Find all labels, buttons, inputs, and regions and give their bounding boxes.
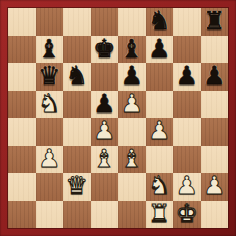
piece-white-pawn[interactable]: ♟ bbox=[148, 118, 170, 145]
square-b3[interactable]: ♟ bbox=[36, 146, 64, 174]
piece-black-king[interactable]: ♚ bbox=[93, 36, 115, 63]
square-e1[interactable] bbox=[118, 201, 146, 229]
square-h4[interactable] bbox=[201, 118, 229, 146]
square-h7[interactable] bbox=[201, 36, 229, 64]
square-c2[interactable]: ♛ bbox=[63, 173, 91, 201]
square-g6[interactable]: ♟ bbox=[173, 63, 201, 91]
square-e6[interactable]: ♟ bbox=[118, 63, 146, 91]
square-d5[interactable]: ♟ bbox=[91, 91, 119, 119]
square-a2[interactable] bbox=[8, 173, 36, 201]
chess-diagram: ♞♜♝♚♝♟♛♞♟♟♟♞♟♟♟♟♟♝♝♛♞♟♟♜♚ bbox=[0, 0, 236, 236]
square-h6[interactable]: ♟ bbox=[201, 63, 229, 91]
square-d1[interactable] bbox=[91, 201, 119, 229]
square-b5[interactable]: ♞ bbox=[36, 91, 64, 119]
square-b6[interactable]: ♛ bbox=[36, 63, 64, 91]
piece-black-pawn[interactable]: ♟ bbox=[93, 91, 115, 118]
square-c7[interactable] bbox=[63, 36, 91, 64]
piece-black-knight[interactable]: ♞ bbox=[148, 8, 170, 35]
square-a3[interactable] bbox=[8, 146, 36, 174]
square-e5[interactable]: ♟ bbox=[118, 91, 146, 119]
square-b8[interactable] bbox=[36, 8, 64, 36]
piece-white-pawn[interactable]: ♟ bbox=[121, 91, 143, 118]
piece-white-pawn[interactable]: ♟ bbox=[203, 173, 225, 200]
piece-white-rook[interactable]: ♜ bbox=[148, 201, 170, 228]
square-g4[interactable] bbox=[173, 118, 201, 146]
square-g2[interactable]: ♟ bbox=[173, 173, 201, 201]
square-c4[interactable] bbox=[63, 118, 91, 146]
piece-white-pawn[interactable]: ♟ bbox=[176, 173, 198, 200]
square-b2[interactable] bbox=[36, 173, 64, 201]
piece-black-bishop[interactable]: ♝ bbox=[121, 36, 143, 63]
square-g3[interactable] bbox=[173, 146, 201, 174]
square-h1[interactable] bbox=[201, 201, 229, 229]
square-f2[interactable]: ♞ bbox=[146, 173, 174, 201]
piece-white-bishop[interactable]: ♝ bbox=[121, 146, 143, 173]
square-e3[interactable]: ♝ bbox=[118, 146, 146, 174]
chess-board[interactable]: ♞♜♝♚♝♟♛♞♟♟♟♞♟♟♟♟♟♝♝♛♞♟♟♜♚ bbox=[8, 8, 228, 228]
piece-white-knight[interactable]: ♞ bbox=[38, 91, 60, 118]
square-g7[interactable] bbox=[173, 36, 201, 64]
square-d6[interactable] bbox=[91, 63, 119, 91]
square-c6[interactable]: ♞ bbox=[63, 63, 91, 91]
square-e7[interactable]: ♝ bbox=[118, 36, 146, 64]
square-f3[interactable] bbox=[146, 146, 174, 174]
square-g8[interactable] bbox=[173, 8, 201, 36]
piece-black-pawn[interactable]: ♟ bbox=[148, 36, 170, 63]
square-a4[interactable] bbox=[8, 118, 36, 146]
piece-white-pawn[interactable]: ♟ bbox=[93, 118, 115, 145]
square-e2[interactable] bbox=[118, 173, 146, 201]
square-e8[interactable] bbox=[118, 8, 146, 36]
square-c1[interactable] bbox=[63, 201, 91, 229]
piece-black-rook[interactable]: ♜ bbox=[203, 8, 225, 35]
square-c8[interactable] bbox=[63, 8, 91, 36]
chess-board-frame: ♞♜♝♚♝♟♛♞♟♟♟♞♟♟♟♟♟♝♝♛♞♟♟♜♚ bbox=[0, 0, 236, 236]
square-d3[interactable]: ♝ bbox=[91, 146, 119, 174]
piece-black-queen[interactable]: ♛ bbox=[38, 63, 60, 90]
square-c3[interactable] bbox=[63, 146, 91, 174]
piece-white-king[interactable]: ♚ bbox=[176, 201, 198, 228]
square-h3[interactable] bbox=[201, 146, 229, 174]
square-g1[interactable]: ♚ bbox=[173, 201, 201, 229]
square-h2[interactable]: ♟ bbox=[201, 173, 229, 201]
square-a1[interactable] bbox=[8, 201, 36, 229]
square-f8[interactable]: ♞ bbox=[146, 8, 174, 36]
square-d7[interactable]: ♚ bbox=[91, 36, 119, 64]
square-d8[interactable] bbox=[91, 8, 119, 36]
square-f5[interactable] bbox=[146, 91, 174, 119]
square-a6[interactable] bbox=[8, 63, 36, 91]
piece-black-pawn[interactable]: ♟ bbox=[176, 63, 198, 90]
piece-white-knight[interactable]: ♞ bbox=[148, 173, 170, 200]
square-d4[interactable]: ♟ bbox=[91, 118, 119, 146]
piece-white-pawn[interactable]: ♟ bbox=[38, 146, 60, 173]
piece-black-pawn[interactable]: ♟ bbox=[203, 63, 225, 90]
square-h5[interactable] bbox=[201, 91, 229, 119]
square-f7[interactable]: ♟ bbox=[146, 36, 174, 64]
square-a7[interactable] bbox=[8, 36, 36, 64]
square-a8[interactable] bbox=[8, 8, 36, 36]
square-f1[interactable]: ♜ bbox=[146, 201, 174, 229]
piece-black-pawn[interactable]: ♟ bbox=[121, 63, 143, 90]
square-c5[interactable] bbox=[63, 91, 91, 119]
square-a5[interactable] bbox=[8, 91, 36, 119]
square-b4[interactable] bbox=[36, 118, 64, 146]
square-f6[interactable] bbox=[146, 63, 174, 91]
piece-black-knight[interactable]: ♞ bbox=[66, 63, 88, 90]
square-b1[interactable] bbox=[36, 201, 64, 229]
square-g5[interactable] bbox=[173, 91, 201, 119]
square-d2[interactable] bbox=[91, 173, 119, 201]
piece-white-bishop[interactable]: ♝ bbox=[93, 146, 115, 173]
piece-white-queen[interactable]: ♛ bbox=[66, 173, 88, 200]
square-f4[interactable]: ♟ bbox=[146, 118, 174, 146]
square-h8[interactable]: ♜ bbox=[201, 8, 229, 36]
piece-black-bishop[interactable]: ♝ bbox=[38, 36, 60, 63]
square-b7[interactable]: ♝ bbox=[36, 36, 64, 64]
square-e4[interactable] bbox=[118, 118, 146, 146]
